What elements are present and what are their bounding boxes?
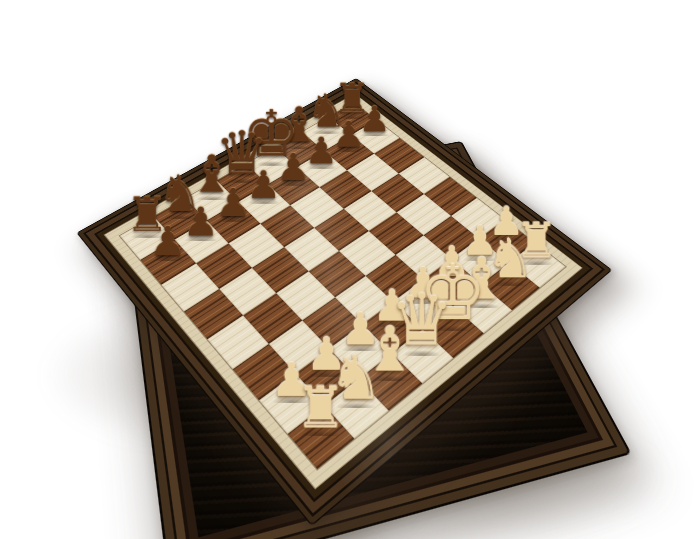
wooden-chess-set-photo: ♜♞♝♛♚♝♞♜♟♟♟♟♟♟♟♟♟♟♟♟♟♟♟♟♜♞♝♛♚♝♞♜ — [0, 0, 700, 539]
black-pawn-glyph: ♟ — [150, 221, 186, 261]
white-rook-glyph: ♜ — [295, 379, 347, 437]
scene: ♜♞♝♛♚♝♞♜♟♟♟♟♟♟♟♟♟♟♟♟♟♟♟♟♜♞♝♛♚♝♞♜ — [0, 0, 700, 539]
piece-white-rook-a1[interactable]: ♜ — [279, 333, 363, 436]
piece-black-pawn-a7[interactable]: ♟ — [132, 175, 203, 262]
